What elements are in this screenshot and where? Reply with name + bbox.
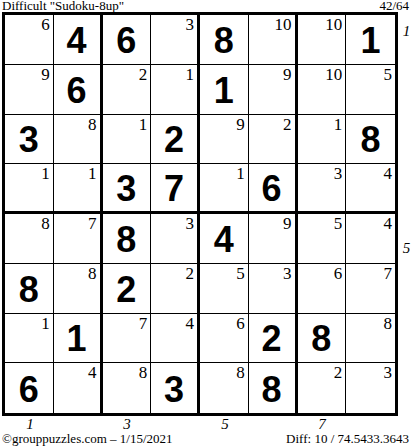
corner-mark: 3 xyxy=(186,215,195,232)
given-digit: 6 xyxy=(103,15,151,64)
corner-mark: 8 xyxy=(384,315,393,332)
corner-mark: 5 xyxy=(236,265,245,282)
corner-mark: 3 xyxy=(384,364,393,381)
given-digit: 6 xyxy=(54,65,100,114)
cell-r1c6[interactable]: 10 xyxy=(249,15,298,65)
corner-mark: 10 xyxy=(325,66,342,83)
page: Difficult "Sudoku-8up" 42/64 64638101019… xyxy=(0,0,412,447)
given-digit: 3 xyxy=(151,363,197,413)
given-digit: 1 xyxy=(54,314,100,363)
cell-r3c6[interactable]: 2 xyxy=(249,115,298,165)
corner-mark: 9 xyxy=(283,215,292,232)
cell-r1c7[interactable]: 10 xyxy=(298,15,347,65)
corner-mark: 5 xyxy=(334,215,343,232)
cell-r1c4[interactable]: 3 xyxy=(151,15,200,65)
cell-r2c7[interactable]: 10 xyxy=(298,65,347,115)
corner-mark: 1 xyxy=(88,165,97,182)
given-digit: 2 xyxy=(249,314,295,363)
cell-r2c8[interactable]: 5 xyxy=(346,65,395,115)
cell-r4c2[interactable]: 1 xyxy=(54,164,103,214)
given-digit: 1 xyxy=(346,15,395,64)
corner-mark: 9 xyxy=(236,116,245,133)
column-labels: 1 3 5 7 xyxy=(0,417,412,432)
cell-r5c6[interactable]: 9 xyxy=(249,214,298,264)
corner-mark: 9 xyxy=(41,66,50,83)
cell-r1c3[interactable]: 6 xyxy=(103,15,152,65)
cell-r4c3[interactable]: 3 xyxy=(103,164,152,214)
row-label-1: 1 xyxy=(401,24,412,39)
cell-r4c5[interactable]: 1 xyxy=(200,164,249,214)
corner-mark: 4 xyxy=(384,215,393,232)
cell-r5c5[interactable]: 4 xyxy=(200,214,249,264)
given-digit: 1 xyxy=(200,65,248,114)
cell-r7c2[interactable]: 1 xyxy=(54,314,103,364)
cell-r1c1[interactable]: 6 xyxy=(5,15,54,65)
cell-r8c6[interactable]: 8 xyxy=(249,363,298,413)
cell-r2c2[interactable]: 6 xyxy=(54,65,103,115)
cell-r6c2[interactable]: 8 xyxy=(54,264,103,314)
given-digit: 3 xyxy=(103,164,151,211)
given-digit: 8 xyxy=(298,314,346,363)
cell-r8c2[interactable]: 4 xyxy=(54,363,103,413)
puzzle-counter: 42/64 xyxy=(379,0,409,12)
cell-r8c5[interactable]: 8 xyxy=(200,363,249,413)
cell-r6c6[interactable]: 3 xyxy=(249,264,298,314)
cell-r2c1[interactable]: 9 xyxy=(5,65,54,115)
cell-r8c4[interactable]: 3 xyxy=(151,363,200,413)
cell-r7c4[interactable]: 4 xyxy=(151,314,200,364)
col-label-1: 1 xyxy=(18,417,42,432)
cell-r3c5[interactable]: 9 xyxy=(200,115,249,165)
cell-r1c8[interactable]: 1 xyxy=(346,15,395,65)
corner-mark: 1 xyxy=(236,165,245,182)
board: 6463810101962119105381292181137163487834… xyxy=(2,12,398,416)
cell-r3c7[interactable]: 1 xyxy=(298,115,347,165)
cell-r4c4[interactable]: 7 xyxy=(151,164,200,214)
corner-mark: 4 xyxy=(384,165,393,182)
cell-r3c3[interactable]: 1 xyxy=(103,115,152,165)
cell-r6c8[interactable]: 7 xyxy=(346,264,395,314)
cell-r4c7[interactable]: 3 xyxy=(298,164,347,214)
given-digit: 6 xyxy=(249,164,295,211)
cell-r7c1[interactable]: 1 xyxy=(5,314,54,364)
corner-mark: 3 xyxy=(334,165,343,182)
given-digit: 2 xyxy=(103,264,151,313)
cell-r5c3[interactable]: 8 xyxy=(103,214,152,264)
col-label-5: 5 xyxy=(213,417,237,432)
cell-r4c1[interactable]: 1 xyxy=(5,164,54,214)
given-digit: 3 xyxy=(5,115,53,164)
cell-r5c2[interactable]: 7 xyxy=(54,214,103,264)
given-digit: 4 xyxy=(54,15,100,64)
corner-mark: 10 xyxy=(275,16,292,33)
copyright-text: ©grouppuzzles.com – 1/15/2021 xyxy=(2,432,173,446)
cell-r6c3[interactable]: 2 xyxy=(103,264,152,314)
cell-r3c4[interactable]: 2 xyxy=(151,115,200,165)
cell-r7c5[interactable]: 6 xyxy=(200,314,249,364)
cell-r3c1[interactable]: 3 xyxy=(5,115,54,165)
puzzle-title: Difficult "Sudoku-8up" xyxy=(2,0,124,12)
cell-r6c7[interactable]: 6 xyxy=(298,264,347,314)
corner-mark: 1 xyxy=(41,165,50,182)
given-digit: 8 xyxy=(5,264,53,313)
cell-r8c1[interactable]: 6 xyxy=(5,363,54,413)
corner-mark: 1 xyxy=(186,66,195,83)
cell-r3c2[interactable]: 8 xyxy=(54,115,103,165)
corner-mark: 8 xyxy=(88,265,97,282)
cell-r5c7[interactable]: 5 xyxy=(298,214,347,264)
corner-mark: 2 xyxy=(186,265,195,282)
cell-r2c5[interactable]: 1 xyxy=(200,65,249,115)
row-label-5: 5 xyxy=(401,241,412,256)
cell-r8c8[interactable]: 3 xyxy=(346,363,395,413)
corner-mark: 3 xyxy=(186,16,195,33)
cell-r1c5[interactable]: 8 xyxy=(200,15,249,65)
cell-r6c1[interactable]: 8 xyxy=(5,264,54,314)
cell-r3c8[interactable]: 8 xyxy=(346,115,395,165)
corner-mark: 6 xyxy=(41,16,50,33)
given-digit: 8 xyxy=(103,214,151,263)
corner-mark: 2 xyxy=(283,116,292,133)
cell-r6c4[interactable]: 2 xyxy=(151,264,200,314)
cell-r2c4[interactable]: 1 xyxy=(151,65,200,115)
corner-mark: 1 xyxy=(139,116,148,133)
corner-mark: 1 xyxy=(41,315,50,332)
cell-r6c5[interactable]: 5 xyxy=(200,264,249,314)
cell-r2c6[interactable]: 9 xyxy=(249,65,298,115)
col-label-7: 7 xyxy=(310,417,334,432)
cell-r1c2[interactable]: 4 xyxy=(54,15,103,65)
corner-mark: 9 xyxy=(283,66,292,83)
cell-r5c4[interactable]: 3 xyxy=(151,214,200,264)
corner-mark: 1 xyxy=(334,116,343,133)
given-digit: 8 xyxy=(249,363,295,413)
corner-mark: 4 xyxy=(88,364,97,381)
given-digit: 2 xyxy=(151,115,197,164)
cell-r7c8[interactable]: 8 xyxy=(346,314,395,364)
cell-r2c3[interactable]: 2 xyxy=(103,65,152,115)
cell-r7c3[interactable]: 7 xyxy=(103,314,152,364)
corner-mark: 5 xyxy=(384,66,393,83)
col-label-3: 3 xyxy=(115,417,139,432)
corner-mark: 7 xyxy=(384,265,393,282)
given-digit: 8 xyxy=(346,115,395,164)
corner-mark: 10 xyxy=(325,16,342,33)
corner-mark: 6 xyxy=(334,265,343,282)
cell-r5c1[interactable]: 8 xyxy=(5,214,54,264)
given-digit: 7 xyxy=(151,164,197,211)
corner-mark: 2 xyxy=(139,66,148,83)
corner-mark: 2 xyxy=(334,364,343,381)
cell-r8c3[interactable]: 8 xyxy=(103,363,152,413)
given-digit: 8 xyxy=(200,15,248,64)
cell-r8c7[interactable]: 2 xyxy=(298,363,347,413)
corner-mark: 8 xyxy=(139,364,148,381)
cell-r4c8[interactable]: 4 xyxy=(346,164,395,214)
cell-r4c6[interactable]: 6 xyxy=(249,164,298,214)
cell-r5c8[interactable]: 4 xyxy=(346,214,395,264)
corner-mark: 8 xyxy=(88,116,97,133)
footer: ©grouppuzzles.com – 1/15/2021 Diff: 10 /… xyxy=(2,432,409,446)
corner-mark: 8 xyxy=(236,364,245,381)
corner-mark: 8 xyxy=(41,215,50,232)
cell-r7c7[interactable]: 8 xyxy=(298,314,347,364)
corner-mark: 7 xyxy=(88,215,97,232)
difficulty-text: Diff: 10 / 74.5433.3643 xyxy=(286,432,409,446)
given-digit: 4 xyxy=(200,214,248,263)
given-digit: 6 xyxy=(5,363,53,413)
header: Difficult "Sudoku-8up" 42/64 xyxy=(2,0,409,12)
corner-mark: 4 xyxy=(186,315,195,332)
cell-r7c6[interactable]: 2 xyxy=(249,314,298,364)
corner-mark: 3 xyxy=(283,265,292,282)
corner-mark: 6 xyxy=(236,315,245,332)
corner-mark: 7 xyxy=(139,315,148,332)
